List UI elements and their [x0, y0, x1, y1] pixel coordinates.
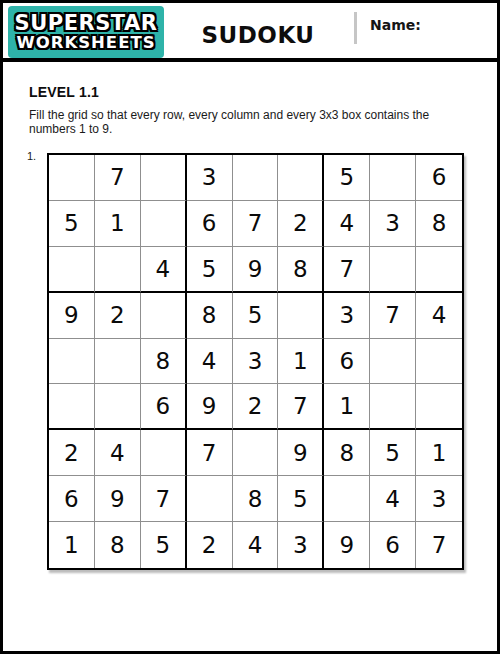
sudoku-cell: 9 — [187, 384, 233, 430]
sudoku-cell: 3 — [370, 201, 416, 247]
sudoku-cell: 4 — [187, 339, 233, 385]
superstar-worksheets-logo: SUPERSTAR WORKSHEETS — [8, 6, 164, 58]
sudoku-cell[interactable] — [141, 201, 187, 247]
sudoku-cell[interactable] — [141, 430, 187, 476]
sudoku-cell: 9 — [95, 476, 141, 522]
sudoku-cell: 2 — [278, 201, 324, 247]
puzzle-number: 1. — [27, 150, 36, 162]
sudoku-cell[interactable] — [95, 339, 141, 385]
sudoku-cell[interactable] — [416, 339, 462, 385]
sudoku-cell: 5 — [370, 430, 416, 476]
name-input-area[interactable] — [413, 13, 493, 53]
sudoku-cell: 8 — [324, 430, 370, 476]
sudoku-cell[interactable] — [370, 247, 416, 293]
sudoku-cell: 6 — [324, 339, 370, 385]
sudoku-cell: 8 — [416, 201, 462, 247]
sudoku-cell: 9 — [278, 430, 324, 476]
name-divider — [354, 12, 357, 44]
sudoku-cell: 3 — [278, 522, 324, 568]
sudoku-cell[interactable] — [49, 247, 95, 293]
sudoku-cell: 4 — [95, 430, 141, 476]
sudoku-cell: 3 — [416, 476, 462, 522]
sudoku-cell: 1 — [416, 430, 462, 476]
sudoku-cell: 5 — [278, 476, 324, 522]
sudoku-cell[interactable] — [370, 339, 416, 385]
sudoku-cell: 2 — [49, 430, 95, 476]
sudoku-cell: 7 — [141, 476, 187, 522]
sudoku-grid: 7356516724384598792853748431669271247985… — [47, 153, 464, 570]
sudoku-cell: 6 — [49, 476, 95, 522]
sudoku-cell[interactable] — [370, 155, 416, 201]
sudoku-cell: 2 — [187, 522, 233, 568]
sudoku-cell[interactable] — [49, 339, 95, 385]
sudoku-cell: 3 — [324, 293, 370, 339]
sudoku-cell: 5 — [141, 522, 187, 568]
sudoku-cell: 7 — [324, 247, 370, 293]
sudoku-cell[interactable] — [416, 384, 462, 430]
sudoku-cell: 7 — [278, 384, 324, 430]
sudoku-cell[interactable] — [324, 476, 370, 522]
sudoku-cell[interactable] — [95, 247, 141, 293]
sudoku-cell[interactable] — [278, 293, 324, 339]
sudoku-cell[interactable] — [370, 384, 416, 430]
worksheet-page: SUPERSTAR WORKSHEETS SUDOKU Name: LEVEL … — [0, 0, 500, 654]
sudoku-cell: 5 — [49, 201, 95, 247]
sudoku-cell: 1 — [324, 384, 370, 430]
sudoku-cell: 7 — [95, 155, 141, 201]
sudoku-cell: 2 — [233, 384, 279, 430]
sudoku-cell[interactable] — [233, 155, 279, 201]
sudoku-cell[interactable] — [416, 247, 462, 293]
sudoku-cell[interactable] — [141, 155, 187, 201]
sudoku-cell[interactable] — [49, 155, 95, 201]
level-label: LEVEL 1.1 — [29, 84, 99, 100]
sudoku-cell: 6 — [416, 155, 462, 201]
sudoku-cell[interactable] — [141, 293, 187, 339]
sudoku-cell[interactable] — [49, 384, 95, 430]
sudoku-cell: 6 — [370, 522, 416, 568]
sudoku-cell: 8 — [141, 339, 187, 385]
sudoku-cell: 4 — [370, 476, 416, 522]
sudoku-cell: 8 — [233, 476, 279, 522]
sudoku-cell: 7 — [416, 522, 462, 568]
sudoku-cell: 1 — [49, 522, 95, 568]
sudoku-cell: 7 — [187, 430, 233, 476]
sudoku-cell: 4 — [233, 522, 279, 568]
sudoku-cell: 3 — [187, 155, 233, 201]
logo-line1: SUPERSTAR — [15, 13, 158, 34]
sudoku-cell: 2 — [95, 293, 141, 339]
sudoku-cell: 5 — [324, 155, 370, 201]
sudoku-cell[interactable] — [95, 384, 141, 430]
sudoku-cell: 6 — [187, 201, 233, 247]
sudoku-cell: 8 — [187, 293, 233, 339]
sudoku-cell[interactable] — [187, 476, 233, 522]
sudoku-cell: 7 — [370, 293, 416, 339]
sudoku-cell: 3 — [233, 339, 279, 385]
worksheet-header: SUPERSTAR WORKSHEETS SUDOKU Name: — [3, 3, 497, 62]
instructions-text: Fill the grid so that every row, every c… — [29, 108, 479, 136]
sudoku-cell[interactable] — [278, 155, 324, 201]
sudoku-cell: 6 — [141, 384, 187, 430]
sudoku-cell: 7 — [233, 201, 279, 247]
sudoku-cell: 1 — [278, 339, 324, 385]
sudoku-cell: 9 — [324, 522, 370, 568]
sudoku-cell: 5 — [187, 247, 233, 293]
sudoku-cell: 4 — [324, 201, 370, 247]
sudoku-cell: 5 — [233, 293, 279, 339]
sudoku-cell[interactable] — [233, 430, 279, 476]
sudoku-title: SUDOKU — [173, 22, 343, 48]
sudoku-cell: 9 — [49, 293, 95, 339]
sudoku-cell: 8 — [95, 522, 141, 568]
sudoku-cell: 9 — [233, 247, 279, 293]
logo-line2: WORKSHEETS — [16, 35, 155, 52]
sudoku-cell: 4 — [416, 293, 462, 339]
sudoku-cell: 8 — [278, 247, 324, 293]
sudoku-cell: 4 — [141, 247, 187, 293]
sudoku-cell: 1 — [95, 201, 141, 247]
